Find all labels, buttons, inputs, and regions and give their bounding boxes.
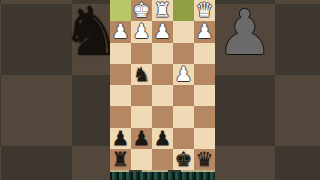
piece-white-queen-d1[interactable]: ♛: [194, 0, 215, 21]
square-h7[interactable]: ♟: [110, 128, 131, 149]
square-d1[interactable]: ♛: [194, 0, 215, 21]
background-left-blur: ♞: [0, 0, 110, 180]
piece-white-pawn-d2[interactable]: ♟: [194, 21, 215, 42]
square-f7[interactable]: ♟: [152, 128, 173, 149]
square-h5[interactable]: [110, 85, 131, 106]
square-g2[interactable]: ♟: [131, 21, 152, 42]
piece-black-king-e8[interactable]: ♚: [173, 149, 194, 170]
square-h2[interactable]: ♟: [110, 21, 131, 42]
piece-white-pawn-f2[interactable]: ♟: [152, 21, 173, 42]
square-d7[interactable]: [194, 128, 215, 149]
piece-white-pawn-e4[interactable]: ♟: [173, 64, 194, 85]
square-h3[interactable]: [110, 43, 131, 64]
square-g8[interactable]: [131, 149, 152, 170]
square-e2[interactable]: [173, 21, 194, 42]
square-h1[interactable]: [110, 0, 131, 21]
square-e1[interactable]: [173, 0, 194, 21]
square-g3[interactable]: [131, 43, 152, 64]
piece-black-queen-d8[interactable]: ♛: [194, 149, 215, 170]
square-f3[interactable]: [152, 43, 173, 64]
square-h6[interactable]: [110, 106, 131, 127]
square-d4[interactable]: [194, 64, 215, 85]
square-d5[interactable]: [194, 85, 215, 106]
square-e6[interactable]: [173, 106, 194, 127]
square-g5[interactable]: [131, 85, 152, 106]
square-f2[interactable]: ♟: [152, 21, 173, 42]
square-d2[interactable]: ♟: [194, 21, 215, 42]
square-f4[interactable]: [152, 64, 173, 85]
background-pawn-icon: ♟: [217, 2, 273, 64]
piece-black-rook-h8[interactable]: ♜: [110, 149, 131, 170]
table-background: [110, 170, 215, 180]
piece-black-knight-g4[interactable]: ♞: [131, 64, 152, 85]
square-e7[interactable]: [173, 128, 194, 149]
background-knight-icon: ♞: [61, 0, 110, 66]
square-f5[interactable]: [152, 85, 173, 106]
square-f8[interactable]: [152, 149, 173, 170]
piece-white-rook-f1[interactable]: ♜: [152, 0, 173, 21]
video-frame: ♞ ♚♜♛♟♟♟♟♞♟♟♟♟♜♚♛ ♟: [0, 0, 320, 180]
square-h8[interactable]: ♜: [110, 149, 131, 170]
square-g6[interactable]: [131, 106, 152, 127]
square-e5[interactable]: [173, 85, 194, 106]
square-g1[interactable]: ♚: [131, 0, 152, 21]
square-f6[interactable]: [152, 106, 173, 127]
piece-black-pawn-h7[interactable]: ♟: [110, 128, 131, 149]
piece-white-pawn-h2[interactable]: ♟: [110, 21, 131, 42]
square-g7[interactable]: ♟: [131, 128, 152, 149]
square-e4[interactable]: ♟: [173, 64, 194, 85]
square-f1[interactable]: ♜: [152, 0, 173, 21]
square-d3[interactable]: [194, 43, 215, 64]
square-e8[interactable]: ♚: [173, 149, 194, 170]
square-g4[interactable]: ♞: [131, 64, 152, 85]
chess-board[interactable]: ♚♜♛♟♟♟♟♞♟♟♟♟♜♚♛: [110, 0, 215, 170]
square-h4[interactable]: [110, 64, 131, 85]
piece-black-pawn-f7[interactable]: ♟: [152, 128, 173, 149]
square-d6[interactable]: [194, 106, 215, 127]
piece-black-pawn-g7[interactable]: ♟: [131, 128, 152, 149]
piece-white-king-g1[interactable]: ♚: [131, 0, 152, 21]
piece-white-pawn-g2[interactable]: ♟: [131, 21, 152, 42]
square-e3[interactable]: [173, 43, 194, 64]
background-right-blur: ♟: [215, 0, 320, 180]
board-strip: ♚♜♛♟♟♟♟♞♟♟♟♟♜♚♛: [110, 0, 215, 180]
square-d8[interactable]: ♛: [194, 149, 215, 170]
